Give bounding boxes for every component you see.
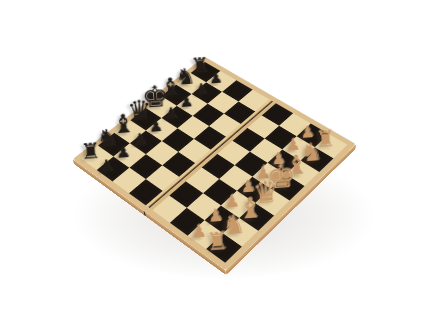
square-a7[interactable]: ♟	[97, 156, 130, 181]
piece-black-pawn[interactable]: ♟	[80, 124, 130, 176]
board-squares: ♜♞♝♛♚♝♞♜♟♟♟♟♟♟♟♟♟♟♟♟♟♟♟♟♜♞♝♛♚♝♞♜	[81, 62, 347, 263]
scene: ♜♞♝♛♚♝♞♜♟♟♟♟♟♟♟♟♟♟♟♟♟♟♟♟♜♞♝♛♚♝♞♜	[0, 0, 423, 318]
photo-stage: ♜♞♝♛♚♝♞♜♟♟♟♟♟♟♟♟♟♟♟♟♟♟♟♟♜♞♝♛♚♝♞♜	[0, 0, 423, 318]
chess-board: ♜♞♝♛♚♝♞♜♟♟♟♟♟♟♟♟♟♟♟♟♟♟♟♟♜♞♝♛♚♝♞♜	[73, 57, 356, 271]
piece-white-rook[interactable]: ♜	[189, 199, 243, 256]
